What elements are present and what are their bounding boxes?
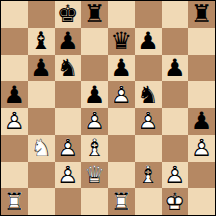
square-c6[interactable]: ♞ bbox=[55, 55, 82, 82]
piece-bB: ♝ bbox=[28, 28, 55, 55]
square-h4[interactable]: ♟ bbox=[188, 108, 215, 135]
square-b2[interactable] bbox=[28, 162, 55, 189]
piece-bN: ♞ bbox=[135, 81, 162, 108]
piece-wP: ♟♙ bbox=[55, 135, 82, 162]
square-f5[interactable]: ♞ bbox=[135, 81, 162, 108]
piece-wQ: ♛♕ bbox=[81, 162, 108, 189]
piece-bQ: ♛ bbox=[108, 28, 135, 55]
square-d7[interactable] bbox=[81, 28, 108, 55]
square-e1[interactable]: ♜♖ bbox=[108, 188, 135, 215]
piece-wN: ♞♘ bbox=[28, 135, 55, 162]
square-f2[interactable]: ♝♗ bbox=[135, 162, 162, 189]
piece-wP: ♟♙ bbox=[108, 81, 135, 108]
square-f6[interactable] bbox=[135, 55, 162, 82]
square-a8[interactable] bbox=[1, 1, 28, 28]
square-b4[interactable] bbox=[28, 108, 55, 135]
square-g8[interactable] bbox=[162, 1, 189, 28]
square-b1[interactable] bbox=[28, 188, 55, 215]
square-a6[interactable] bbox=[1, 55, 28, 82]
piece-wP: ♟♙ bbox=[81, 108, 108, 135]
piece-bP: ♟ bbox=[81, 81, 108, 108]
square-a3[interactable] bbox=[1, 135, 28, 162]
square-c4[interactable] bbox=[55, 108, 82, 135]
square-e8[interactable] bbox=[108, 1, 135, 28]
square-b5[interactable] bbox=[28, 81, 55, 108]
square-f3[interactable] bbox=[135, 135, 162, 162]
piece-wK: ♚♔ bbox=[162, 188, 189, 215]
piece-wP: ♟♙ bbox=[55, 162, 82, 189]
piece-wP: ♟♙ bbox=[188, 135, 215, 162]
square-e2[interactable] bbox=[108, 162, 135, 189]
square-f4[interactable]: ♟♙ bbox=[135, 108, 162, 135]
square-d3[interactable]: ♝♗ bbox=[81, 135, 108, 162]
square-h2[interactable] bbox=[188, 162, 215, 189]
square-a4[interactable]: ♟♙ bbox=[1, 108, 28, 135]
square-c8[interactable]: ♚ bbox=[55, 1, 82, 28]
square-g4[interactable] bbox=[162, 108, 189, 135]
square-e4[interactable] bbox=[108, 108, 135, 135]
square-e7[interactable]: ♛ bbox=[108, 28, 135, 55]
square-c2[interactable]: ♟♙ bbox=[55, 162, 82, 189]
square-a7[interactable] bbox=[1, 28, 28, 55]
square-e5[interactable]: ♟♙ bbox=[108, 81, 135, 108]
square-d6[interactable] bbox=[81, 55, 108, 82]
square-c5[interactable] bbox=[55, 81, 82, 108]
square-g2[interactable]: ♟♙ bbox=[162, 162, 189, 189]
square-b6[interactable]: ♟ bbox=[28, 55, 55, 82]
square-h6[interactable] bbox=[188, 55, 215, 82]
square-g3[interactable] bbox=[162, 135, 189, 162]
square-d1[interactable] bbox=[81, 188, 108, 215]
square-a5[interactable]: ♟ bbox=[1, 81, 28, 108]
piece-wB: ♝♗ bbox=[135, 162, 162, 189]
piece-bN: ♞ bbox=[55, 55, 82, 82]
square-d5[interactable]: ♟ bbox=[81, 81, 108, 108]
square-c1[interactable] bbox=[55, 188, 82, 215]
piece-bP: ♟ bbox=[55, 28, 82, 55]
piece-wR: ♜♖ bbox=[1, 188, 28, 215]
square-a1[interactable]: ♜♖ bbox=[1, 188, 28, 215]
square-d8[interactable]: ♜ bbox=[81, 1, 108, 28]
piece-bK: ♚ bbox=[55, 1, 82, 28]
piece-wB: ♝♗ bbox=[81, 135, 108, 162]
square-b7[interactable]: ♝ bbox=[28, 28, 55, 55]
square-h8[interactable]: ♜ bbox=[188, 1, 215, 28]
piece-bP: ♟ bbox=[162, 55, 189, 82]
piece-bP: ♟ bbox=[135, 28, 162, 55]
square-f8[interactable] bbox=[135, 1, 162, 28]
square-h5[interactable] bbox=[188, 81, 215, 108]
square-h7[interactable] bbox=[188, 28, 215, 55]
square-b3[interactable]: ♞♘ bbox=[28, 135, 55, 162]
square-g1[interactable]: ♚♔ bbox=[162, 188, 189, 215]
square-c7[interactable]: ♟ bbox=[55, 28, 82, 55]
piece-wP: ♟♙ bbox=[162, 162, 189, 189]
square-b8[interactable] bbox=[28, 1, 55, 28]
chess-board: ♚♜♜♝♟♛♟♟♞♟♟♟♟♟♙♞♟♙♟♙♟♙♟♞♘♟♙♝♗♟♙♟♙♛♕♝♗♟♙♜… bbox=[0, 0, 216, 216]
piece-bP: ♟ bbox=[108, 55, 135, 82]
square-a2[interactable] bbox=[1, 162, 28, 189]
square-c3[interactable]: ♟♙ bbox=[55, 135, 82, 162]
square-d4[interactable]: ♟♙ bbox=[81, 108, 108, 135]
square-g6[interactable]: ♟ bbox=[162, 55, 189, 82]
board-grid: ♚♜♜♝♟♛♟♟♞♟♟♟♟♟♙♞♟♙♟♙♟♙♟♞♘♟♙♝♗♟♙♟♙♛♕♝♗♟♙♜… bbox=[1, 1, 215, 215]
square-f7[interactable]: ♟ bbox=[135, 28, 162, 55]
square-e3[interactable] bbox=[108, 135, 135, 162]
square-g5[interactable] bbox=[162, 81, 189, 108]
piece-bP: ♟ bbox=[28, 55, 55, 82]
square-h3[interactable]: ♟♙ bbox=[188, 135, 215, 162]
piece-wP: ♟♙ bbox=[1, 108, 28, 135]
square-g7[interactable] bbox=[162, 28, 189, 55]
square-d2[interactable]: ♛♕ bbox=[81, 162, 108, 189]
piece-bR: ♜ bbox=[81, 1, 108, 28]
piece-wR: ♜♖ bbox=[108, 188, 135, 215]
piece-bP: ♟ bbox=[188, 108, 215, 135]
square-f1[interactable] bbox=[135, 188, 162, 215]
piece-bR: ♜ bbox=[188, 1, 215, 28]
piece-wP: ♟♙ bbox=[135, 108, 162, 135]
square-e6[interactable]: ♟ bbox=[108, 55, 135, 82]
piece-bP: ♟ bbox=[1, 81, 28, 108]
square-h1[interactable] bbox=[188, 188, 215, 215]
